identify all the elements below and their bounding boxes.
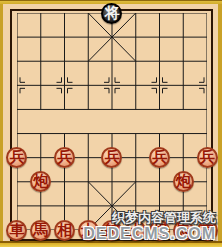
xiangqi-app: 将兵兵兵兵兵炮炮車馬相士帥士相馬車 织梦内容管理系统 DEDECMS.COM xyxy=(0,0,222,247)
piece-glyph: 士 xyxy=(128,220,143,241)
piece-glyph: 馬 xyxy=(33,220,48,241)
piece-red-horse-b[interactable]: 馬 xyxy=(30,220,51,241)
piece-red-soldier-g[interactable]: 兵 xyxy=(149,147,170,168)
piece-red-soldier-c[interactable]: 兵 xyxy=(54,147,75,168)
piece-glyph: 兵 xyxy=(152,147,167,168)
piece-glyph: 帥 xyxy=(104,220,119,241)
piece-glyph: 将 xyxy=(104,3,119,24)
piece-red-advisor-d[interactable]: 士 xyxy=(78,220,99,241)
piece-red-general[interactable]: 帥 xyxy=(101,220,122,241)
piece-glyph: 車 xyxy=(9,220,24,241)
xiangqi-board[interactable]: 将兵兵兵兵兵炮炮車馬相士帥士相馬車 xyxy=(5,1,219,242)
piece-glyph: 炮 xyxy=(176,171,191,192)
piece-glyph: 馬 xyxy=(176,220,191,241)
piece-glyph: 炮 xyxy=(33,171,48,192)
piece-red-elephant-g[interactable]: 相 xyxy=(149,220,170,241)
piece-red-advisor-f[interactable]: 士 xyxy=(125,220,146,241)
piece-red-chariot-i[interactable]: 車 xyxy=(197,220,218,241)
piece-black-general[interactable]: 将 xyxy=(101,3,122,24)
piece-glyph: 兵 xyxy=(104,147,119,168)
piece-red-chariot-a[interactable]: 車 xyxy=(6,220,27,241)
piece-red-cannon-b[interactable]: 炮 xyxy=(30,171,51,192)
piece-glyph: 兵 xyxy=(57,147,72,168)
piece-glyph: 士 xyxy=(81,220,96,241)
piece-red-soldier-i[interactable]: 兵 xyxy=(197,147,218,168)
piece-glyph: 兵 xyxy=(200,147,215,168)
piece-red-cannon-h[interactable]: 炮 xyxy=(173,171,194,192)
piece-red-horse-h[interactable]: 馬 xyxy=(173,220,194,241)
piece-glyph: 兵 xyxy=(9,147,24,168)
piece-red-elephant-c[interactable]: 相 xyxy=(54,220,75,241)
piece-glyph: 車 xyxy=(200,220,215,241)
piece-red-soldier-e[interactable]: 兵 xyxy=(101,147,122,168)
piece-red-soldier-a[interactable]: 兵 xyxy=(6,147,27,168)
piece-glyph: 相 xyxy=(152,220,167,241)
piece-glyph: 相 xyxy=(57,220,72,241)
